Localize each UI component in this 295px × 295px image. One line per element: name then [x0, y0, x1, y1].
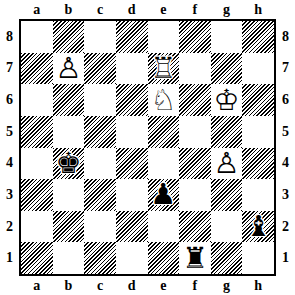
square-c7[interactable]	[84, 53, 116, 85]
square-a1[interactable]	[21, 242, 53, 274]
piece-white-knight-e6[interactable]: ♞♘	[148, 84, 180, 116]
rank-label-4: 4	[276, 148, 295, 180]
square-a2[interactable]	[21, 211, 53, 243]
rank-label-3: 3	[276, 179, 295, 211]
square-c5[interactable]	[84, 116, 116, 148]
square-h2[interactable]: ♝	[242, 211, 274, 243]
square-a3[interactable]	[21, 179, 53, 211]
file-label-e: e	[148, 0, 180, 19]
square-b3[interactable]	[53, 179, 85, 211]
file-label-g: g	[211, 276, 243, 295]
piece-white-rook-e7[interactable]: ♜♖	[148, 53, 180, 85]
file-label-a: a	[21, 276, 53, 295]
square-a5[interactable]	[21, 116, 53, 148]
file-label-d: d	[116, 276, 148, 295]
square-f3[interactable]	[179, 179, 211, 211]
rank-label-2: 2	[0, 211, 19, 243]
square-d3[interactable]	[116, 179, 148, 211]
piece-white-pawn-b7[interactable]: ♟♙	[53, 53, 85, 85]
square-c4[interactable]	[84, 148, 116, 180]
square-b8[interactable]	[53, 21, 85, 53]
square-g3[interactable]	[211, 179, 243, 211]
square-f4[interactable]	[179, 148, 211, 180]
square-g4[interactable]: ♟♙	[211, 148, 243, 180]
rank-labels-left: 87654321	[0, 21, 19, 274]
square-e3[interactable]: ♟	[148, 179, 180, 211]
square-g1[interactable]	[211, 242, 243, 274]
square-c8[interactable]	[84, 21, 116, 53]
chess-board: ♟♙♜♖♞♘♚♔♚♟♙♟♝♜	[19, 19, 276, 276]
square-c1[interactable]	[84, 242, 116, 274]
rank-label-5: 5	[0, 116, 19, 148]
rank-label-8: 8	[276, 21, 295, 53]
rank-label-3: 3	[0, 179, 19, 211]
square-e6[interactable]: ♞♘	[148, 84, 180, 116]
rank-label-6: 6	[0, 84, 19, 116]
square-d5[interactable]	[116, 116, 148, 148]
rank-label-6: 6	[276, 84, 295, 116]
square-b2[interactable]	[53, 211, 85, 243]
rank-label-2: 2	[276, 211, 295, 243]
square-f2[interactable]	[179, 211, 211, 243]
square-h3[interactable]	[242, 179, 274, 211]
file-label-g: g	[211, 0, 243, 19]
file-label-c: c	[84, 0, 116, 19]
square-f8[interactable]	[179, 21, 211, 53]
rank-labels-right: 87654321	[276, 21, 295, 274]
square-b4[interactable]: ♚	[53, 148, 85, 180]
square-a6[interactable]	[21, 84, 53, 116]
square-d4[interactable]	[116, 148, 148, 180]
square-e4[interactable]	[148, 148, 180, 180]
square-g6[interactable]: ♚♔	[211, 84, 243, 116]
rank-label-7: 7	[276, 53, 295, 85]
square-b6[interactable]	[53, 84, 85, 116]
square-d6[interactable]	[116, 84, 148, 116]
square-c2[interactable]	[84, 211, 116, 243]
square-b1[interactable]	[53, 242, 85, 274]
piece-black-pawn-e3[interactable]: ♟	[148, 179, 180, 211]
rank-label-5: 5	[276, 116, 295, 148]
square-f1[interactable]: ♜	[179, 242, 211, 274]
file-label-a: a	[21, 0, 53, 19]
square-h5[interactable]	[242, 116, 274, 148]
square-h4[interactable]	[242, 148, 274, 180]
file-label-f: f	[179, 276, 211, 295]
piece-white-king-g6[interactable]: ♚♔	[211, 84, 243, 116]
file-labels-bottom: abcdefgh	[21, 276, 274, 295]
square-h8[interactable]	[242, 21, 274, 53]
square-d1[interactable]	[116, 242, 148, 274]
file-label-h: h	[242, 0, 274, 19]
square-b5[interactable]	[53, 116, 85, 148]
file-label-c: c	[84, 276, 116, 295]
file-label-b: b	[53, 0, 85, 19]
piece-black-king-b4[interactable]: ♚	[53, 148, 85, 180]
file-label-d: d	[116, 0, 148, 19]
square-g8[interactable]	[211, 21, 243, 53]
file-label-e: e	[148, 276, 180, 295]
chess-diagram: abcdefgh 87654321 ♟♙♜♖♞♘♚♔♚♟♙♟♝♜ 8765432…	[0, 0, 295, 295]
square-g2[interactable]	[211, 211, 243, 243]
rank-label-7: 7	[0, 53, 19, 85]
rank-label-1: 1	[276, 242, 295, 274]
piece-black-bishop-h2[interactable]: ♝	[242, 211, 274, 243]
file-label-h: h	[242, 276, 274, 295]
square-g5[interactable]	[211, 116, 243, 148]
square-d7[interactable]	[116, 53, 148, 85]
square-e1[interactable]	[148, 242, 180, 274]
square-g7[interactable]	[211, 53, 243, 85]
piece-black-rook-f1[interactable]: ♜	[179, 242, 211, 274]
square-e7[interactable]: ♜♖	[148, 53, 180, 85]
square-f6[interactable]	[179, 84, 211, 116]
file-label-b: b	[53, 276, 85, 295]
square-e5[interactable]	[148, 116, 180, 148]
square-a8[interactable]	[21, 21, 53, 53]
square-d8[interactable]	[116, 21, 148, 53]
square-a7[interactable]	[21, 53, 53, 85]
square-c3[interactable]	[84, 179, 116, 211]
square-e2[interactable]	[148, 211, 180, 243]
square-f7[interactable]	[179, 53, 211, 85]
file-label-f: f	[179, 0, 211, 19]
square-f5[interactable]	[179, 116, 211, 148]
square-c6[interactable]	[84, 84, 116, 116]
file-labels-top: abcdefgh	[21, 0, 274, 19]
square-a4[interactable]	[21, 148, 53, 180]
square-d2[interactable]	[116, 211, 148, 243]
square-h6[interactable]	[242, 84, 274, 116]
rank-label-1: 1	[0, 242, 19, 274]
rank-label-4: 4	[0, 148, 19, 180]
square-h1[interactable]	[242, 242, 274, 274]
square-b7[interactable]: ♟♙	[53, 53, 85, 85]
rank-label-8: 8	[0, 21, 19, 53]
square-h7[interactable]	[242, 53, 274, 85]
square-e8[interactable]	[148, 21, 180, 53]
piece-white-pawn-g4[interactable]: ♟♙	[211, 148, 243, 180]
